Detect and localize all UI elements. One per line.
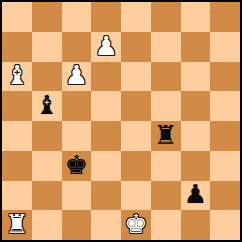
square-f1[interactable] bbox=[151, 210, 181, 240]
square-a6[interactable]: ♝ bbox=[2, 62, 32, 92]
square-h5[interactable] bbox=[210, 91, 240, 121]
square-g5[interactable] bbox=[181, 91, 211, 121]
square-h2[interactable] bbox=[210, 181, 240, 211]
white-king-e1[interactable]: ♚ bbox=[124, 211, 147, 237]
square-d7[interactable]: ♟ bbox=[91, 32, 121, 62]
square-d3[interactable] bbox=[91, 151, 121, 181]
square-f5[interactable] bbox=[151, 91, 181, 121]
square-f7[interactable] bbox=[151, 32, 181, 62]
square-d1[interactable] bbox=[91, 210, 121, 240]
square-b4[interactable] bbox=[32, 121, 62, 151]
square-e5[interactable] bbox=[121, 91, 151, 121]
white-pawn-c6[interactable]: ♟ bbox=[65, 62, 88, 88]
square-b8[interactable] bbox=[32, 2, 62, 32]
square-a4[interactable] bbox=[2, 121, 32, 151]
square-a7[interactable] bbox=[2, 32, 32, 62]
square-g1[interactable] bbox=[181, 210, 211, 240]
square-d4[interactable] bbox=[91, 121, 121, 151]
square-f4[interactable]: ♜ bbox=[151, 121, 181, 151]
square-h1[interactable] bbox=[210, 210, 240, 240]
square-d8[interactable] bbox=[91, 2, 121, 32]
square-c8[interactable] bbox=[62, 2, 92, 32]
square-g6[interactable] bbox=[181, 62, 211, 92]
square-g4[interactable] bbox=[181, 121, 211, 151]
square-a8[interactable] bbox=[2, 2, 32, 32]
square-b6[interactable] bbox=[32, 62, 62, 92]
black-rook-f4[interactable]: ♜ bbox=[154, 122, 177, 148]
square-e7[interactable] bbox=[121, 32, 151, 62]
square-g2[interactable]: ♟ bbox=[181, 181, 211, 211]
square-b1[interactable] bbox=[32, 210, 62, 240]
square-d2[interactable] bbox=[91, 181, 121, 211]
square-e3[interactable] bbox=[121, 151, 151, 181]
square-h7[interactable] bbox=[210, 32, 240, 62]
square-e6[interactable] bbox=[121, 62, 151, 92]
square-g7[interactable] bbox=[181, 32, 211, 62]
square-e1[interactable]: ♚ bbox=[121, 210, 151, 240]
white-bishop-a6[interactable]: ♝ bbox=[5, 62, 28, 88]
square-b7[interactable] bbox=[32, 32, 62, 62]
square-a2[interactable] bbox=[2, 181, 32, 211]
white-rook-a1[interactable]: ♜ bbox=[5, 211, 28, 237]
square-b3[interactable] bbox=[32, 151, 62, 181]
square-b5[interactable]: ♝ bbox=[32, 91, 62, 121]
square-d5[interactable] bbox=[91, 91, 121, 121]
white-pawn-d7[interactable]: ♟ bbox=[94, 33, 117, 59]
square-h4[interactable] bbox=[210, 121, 240, 151]
black-bishop-b5[interactable]: ♝ bbox=[35, 92, 58, 118]
square-e2[interactable] bbox=[121, 181, 151, 211]
square-f3[interactable] bbox=[151, 151, 181, 181]
square-c2[interactable] bbox=[62, 181, 92, 211]
black-king-c3[interactable]: ♚ bbox=[65, 152, 88, 178]
square-c5[interactable] bbox=[62, 91, 92, 121]
square-d6[interactable] bbox=[91, 62, 121, 92]
square-h8[interactable] bbox=[210, 2, 240, 32]
square-e8[interactable] bbox=[121, 2, 151, 32]
square-g8[interactable] bbox=[181, 2, 211, 32]
square-b2[interactable] bbox=[32, 181, 62, 211]
square-h6[interactable] bbox=[210, 62, 240, 92]
square-a3[interactable] bbox=[2, 151, 32, 181]
square-a5[interactable] bbox=[2, 91, 32, 121]
chess-board: ♟♝♟♝♜♚♟♜♚ bbox=[0, 0, 242, 242]
square-f6[interactable] bbox=[151, 62, 181, 92]
square-c3[interactable]: ♚ bbox=[62, 151, 92, 181]
square-g3[interactable] bbox=[181, 151, 211, 181]
black-pawn-g2[interactable]: ♟ bbox=[184, 181, 207, 207]
square-f2[interactable] bbox=[151, 181, 181, 211]
square-c7[interactable] bbox=[62, 32, 92, 62]
square-h3[interactable] bbox=[210, 151, 240, 181]
chess-board-grid: ♟♝♟♝♜♚♟♜♚ bbox=[2, 2, 240, 240]
square-a1[interactable]: ♜ bbox=[2, 210, 32, 240]
square-c6[interactable]: ♟ bbox=[62, 62, 92, 92]
square-f8[interactable] bbox=[151, 2, 181, 32]
square-c1[interactable] bbox=[62, 210, 92, 240]
square-e4[interactable] bbox=[121, 121, 151, 151]
square-c4[interactable] bbox=[62, 121, 92, 151]
